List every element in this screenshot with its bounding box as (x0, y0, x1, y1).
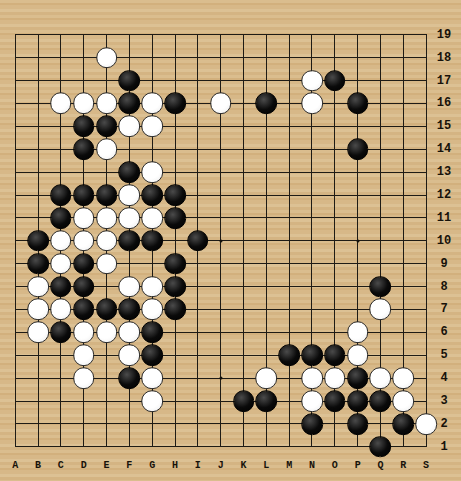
black-stone-F17[interactable] (119, 70, 141, 92)
row-label-18: 18 (431, 51, 457, 64)
row-label-5: 5 (431, 349, 457, 362)
column-label-G: G (149, 460, 155, 472)
white-stone-F15[interactable] (119, 116, 141, 138)
black-stone-D8[interactable] (73, 276, 95, 298)
row-label-14: 14 (431, 143, 457, 156)
column-label-A: A (12, 460, 18, 472)
black-stone-C8[interactable] (50, 276, 72, 298)
black-stone-C12[interactable] (50, 184, 72, 206)
black-stone-P14[interactable] (347, 138, 369, 160)
black-stone-P2[interactable] (347, 413, 369, 435)
row-label-9: 9 (431, 257, 457, 270)
black-stone-F13[interactable] (119, 161, 141, 183)
black-stone-F4[interactable] (119, 367, 141, 389)
white-stone-E10[interactable] (96, 230, 118, 252)
column-label-O: O (332, 460, 338, 472)
black-stone-B9[interactable] (27, 253, 49, 275)
black-stone-H9[interactable] (164, 253, 186, 275)
black-stone-C6[interactable] (50, 322, 72, 344)
row-label-19: 19 (431, 28, 457, 41)
black-stone-F16[interactable] (119, 93, 141, 115)
white-stone-G15[interactable] (141, 116, 163, 138)
column-label-K: K (240, 460, 246, 472)
black-stone-C11[interactable] (50, 207, 72, 229)
row-label-6: 6 (431, 326, 457, 339)
white-stone-J16[interactable] (210, 93, 232, 115)
column-label-H: H (172, 460, 178, 472)
row-label-13: 13 (431, 166, 457, 179)
row-label-1: 1 (431, 440, 457, 453)
white-stone-N16[interactable] (301, 93, 323, 115)
star-point (219, 377, 222, 380)
white-stone-G4[interactable] (141, 367, 163, 389)
go-board[interactable]: ABCDEFGHIJKLMNOPQRS191817161514131211109… (0, 0, 461, 481)
black-stone-B10[interactable] (27, 230, 49, 252)
white-stone-Q4[interactable] (370, 367, 392, 389)
white-stone-F12[interactable] (119, 184, 141, 206)
white-stone-E14[interactable] (96, 138, 118, 160)
black-stone-K3[interactable] (233, 390, 255, 412)
black-stone-O17[interactable] (324, 70, 346, 92)
white-stone-N3[interactable] (301, 390, 323, 412)
row-label-2: 2 (431, 417, 457, 430)
column-label-M: M (286, 460, 292, 472)
black-stone-Q8[interactable] (370, 276, 392, 298)
white-stone-E11[interactable] (96, 207, 118, 229)
black-stone-G12[interactable] (141, 184, 163, 206)
black-stone-D14[interactable] (73, 138, 95, 160)
black-stone-H11[interactable] (164, 207, 186, 229)
row-label-8: 8 (431, 280, 457, 293)
white-stone-E9[interactable] (96, 253, 118, 275)
white-stone-C7[interactable] (50, 299, 72, 321)
white-stone-R3[interactable] (393, 390, 415, 412)
white-stone-Q7[interactable] (370, 299, 392, 321)
white-stone-G8[interactable] (141, 276, 163, 298)
white-stone-P6[interactable] (347, 322, 369, 344)
white-stone-D5[interactable] (73, 344, 95, 366)
black-stone-F10[interactable] (119, 230, 141, 252)
column-label-J: J (218, 460, 224, 472)
row-label-16: 16 (431, 97, 457, 110)
black-stone-P16[interactable] (347, 93, 369, 115)
grid-line-vertical (289, 34, 290, 447)
black-stone-O3[interactable] (324, 390, 346, 412)
white-stone-G13[interactable] (141, 161, 163, 183)
grid-line-vertical (426, 34, 427, 447)
black-stone-I10[interactable] (187, 230, 209, 252)
black-stone-D7[interactable] (73, 299, 95, 321)
white-stone-D4[interactable] (73, 367, 95, 389)
black-stone-D9[interactable] (73, 253, 95, 275)
row-label-12: 12 (431, 189, 457, 202)
white-stone-C10[interactable] (50, 230, 72, 252)
white-stone-B7[interactable] (27, 299, 49, 321)
white-stone-D6[interactable] (73, 322, 95, 344)
column-label-L: L (263, 460, 269, 472)
black-stone-G10[interactable] (141, 230, 163, 252)
black-stone-E7[interactable] (96, 299, 118, 321)
black-stone-P3[interactable] (347, 390, 369, 412)
white-stone-G11[interactable] (141, 207, 163, 229)
star-point (219, 239, 222, 242)
black-stone-F7[interactable] (119, 299, 141, 321)
white-stone-N17[interactable] (301, 70, 323, 92)
black-stone-M5[interactable] (278, 344, 300, 366)
go-board-app: ABCDEFGHIJKLMNOPQRS191817161514131211109… (0, 0, 461, 481)
white-stone-E16[interactable] (96, 93, 118, 115)
column-label-B: B (35, 460, 41, 472)
row-label-10: 10 (431, 234, 457, 247)
black-stone-E15[interactable] (96, 116, 118, 138)
white-stone-G3[interactable] (141, 390, 163, 412)
row-label-4: 4 (431, 372, 457, 385)
black-stone-L3[interactable] (256, 390, 278, 412)
column-label-D: D (81, 460, 87, 472)
black-stone-Q1[interactable] (370, 436, 392, 458)
black-stone-N5[interactable] (301, 344, 323, 366)
white-stone-C16[interactable] (50, 93, 72, 115)
column-label-S: S (423, 460, 429, 472)
row-label-11: 11 (431, 211, 457, 224)
white-stone-B8[interactable] (27, 276, 49, 298)
white-stone-C9[interactable] (50, 253, 72, 275)
black-stone-H12[interactable] (164, 184, 186, 206)
white-stone-D10[interactable] (73, 230, 95, 252)
white-stone-G7[interactable] (141, 299, 163, 321)
column-label-R: R (400, 460, 406, 472)
white-stone-L4[interactable] (256, 367, 278, 389)
white-stone-F6[interactable] (119, 322, 141, 344)
black-stone-N2[interactable] (301, 413, 323, 435)
row-label-15: 15 (431, 120, 457, 133)
black-stone-Q3[interactable] (370, 390, 392, 412)
black-stone-H8[interactable] (164, 276, 186, 298)
grid-line-horizontal (15, 446, 427, 447)
black-stone-R2[interactable] (393, 413, 415, 435)
white-stone-D11[interactable] (73, 207, 95, 229)
white-stone-B6[interactable] (27, 322, 49, 344)
star-point (356, 239, 359, 242)
column-label-F: F (126, 460, 132, 472)
black-stone-O5[interactable] (324, 344, 346, 366)
black-stone-D15[interactable] (73, 116, 95, 138)
column-label-N: N (309, 460, 315, 472)
black-stone-P4[interactable] (347, 367, 369, 389)
white-stone-F5[interactable] (119, 344, 141, 366)
black-stone-H16[interactable] (164, 93, 186, 115)
black-stone-E12[interactable] (96, 184, 118, 206)
white-stone-E18[interactable] (96, 47, 118, 69)
white-stone-O4[interactable] (324, 367, 346, 389)
column-label-Q: Q (377, 460, 383, 472)
column-label-I: I (195, 460, 201, 472)
column-label-E: E (104, 460, 110, 472)
black-stone-G6[interactable] (141, 322, 163, 344)
white-stone-G16[interactable] (141, 93, 163, 115)
white-stone-E6[interactable] (96, 322, 118, 344)
white-stone-F8[interactable] (119, 276, 141, 298)
grid-line-vertical (243, 34, 244, 447)
white-stone-N4[interactable] (301, 367, 323, 389)
row-label-7: 7 (431, 303, 457, 316)
row-label-17: 17 (431, 74, 457, 87)
black-stone-L16[interactable] (256, 93, 278, 115)
white-stone-F11[interactable] (119, 207, 141, 229)
white-stone-P5[interactable] (347, 344, 369, 366)
row-label-3: 3 (431, 395, 457, 408)
black-stone-H7[interactable] (164, 299, 186, 321)
black-stone-D12[interactable] (73, 184, 95, 206)
column-label-C: C (58, 460, 64, 472)
black-stone-G5[interactable] (141, 344, 163, 366)
white-stone-R4[interactable] (393, 367, 415, 389)
white-stone-D16[interactable] (73, 93, 95, 115)
column-label-P: P (355, 460, 361, 472)
